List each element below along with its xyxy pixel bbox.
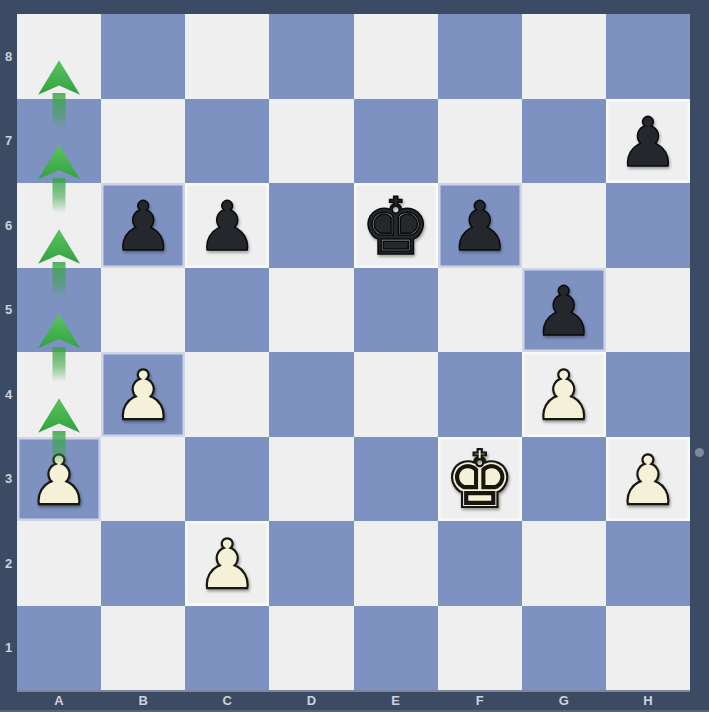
square-c8[interactable]: [185, 14, 269, 99]
square-g4[interactable]: ♟: [522, 352, 606, 437]
square-d5[interactable]: [269, 268, 353, 353]
rank-label-7: 7: [0, 99, 17, 184]
right-edge-dot: [695, 448, 704, 457]
square-c1[interactable]: [185, 606, 269, 691]
piece-white-pawn-h3[interactable]: ♟: [617, 447, 678, 515]
square-a2[interactable]: [17, 521, 101, 606]
file-label-A: A: [17, 690, 101, 711]
square-c5[interactable]: [185, 268, 269, 353]
square-c7[interactable]: [185, 99, 269, 184]
square-e1[interactable]: [354, 606, 438, 691]
square-a3[interactable]: ♟: [17, 437, 101, 522]
square-b7[interactable]: [101, 99, 185, 184]
square-h7[interactable]: ♟: [606, 99, 690, 184]
chess-board[interactable]: ♟♟♟♚♟♟♟♟♟♚♟♟: [17, 14, 690, 690]
piece-white-king-f3[interactable]: ♚: [444, 441, 515, 520]
square-g5[interactable]: ♟: [522, 268, 606, 353]
piece-white-pawn-b4[interactable]: ♟: [113, 362, 174, 430]
piece-black-pawn-g5[interactable]: ♟: [533, 278, 594, 346]
square-g3[interactable]: [522, 437, 606, 522]
square-h4[interactable]: [606, 352, 690, 437]
square-e5[interactable]: [354, 268, 438, 353]
square-d4[interactable]: [269, 352, 353, 437]
square-f1[interactable]: [438, 606, 522, 691]
file-label-G: G: [522, 690, 606, 711]
square-h8[interactable]: [606, 14, 690, 99]
square-f5[interactable]: [438, 268, 522, 353]
square-e4[interactable]: [354, 352, 438, 437]
rank-label-6: 6: [0, 183, 17, 268]
file-label-D: D: [269, 690, 353, 711]
square-c6[interactable]: ♟: [185, 183, 269, 268]
square-b6[interactable]: ♟: [101, 183, 185, 268]
square-d3[interactable]: [269, 437, 353, 522]
square-g6[interactable]: [522, 183, 606, 268]
piece-black-pawn-c6[interactable]: ♟: [197, 193, 258, 261]
square-h5[interactable]: [606, 268, 690, 353]
square-a6[interactable]: [17, 183, 101, 268]
square-h1[interactable]: [606, 606, 690, 691]
piece-black-pawn-b6[interactable]: ♟: [113, 193, 174, 261]
square-g7[interactable]: [522, 99, 606, 184]
square-a5[interactable]: [17, 268, 101, 353]
square-g1[interactable]: [522, 606, 606, 691]
square-d7[interactable]: [269, 99, 353, 184]
square-b2[interactable]: [101, 521, 185, 606]
square-f2[interactable]: [438, 521, 522, 606]
rank-label-1: 1: [0, 606, 17, 691]
chess-board-app: 87654321 ♟♟♟♚♟♟♟♟♟♚♟♟ ABCDEFGH: [0, 0, 709, 712]
rank-label-4: 4: [0, 352, 17, 437]
piece-white-pawn-a3[interactable]: ♟: [29, 447, 90, 515]
square-d6[interactable]: [269, 183, 353, 268]
square-d1[interactable]: [269, 606, 353, 691]
square-c2[interactable]: ♟: [185, 521, 269, 606]
piece-white-pawn-g4[interactable]: ♟: [533, 362, 594, 430]
square-d8[interactable]: [269, 14, 353, 99]
square-a4[interactable]: [17, 352, 101, 437]
file-labels: ABCDEFGH: [17, 690, 690, 711]
square-c4[interactable]: [185, 352, 269, 437]
file-label-C: C: [185, 690, 269, 711]
square-a7[interactable]: [17, 99, 101, 184]
square-f7[interactable]: [438, 99, 522, 184]
file-label-B: B: [101, 690, 185, 711]
square-b3[interactable]: [101, 437, 185, 522]
rank-label-5: 5: [0, 268, 17, 353]
square-e7[interactable]: [354, 99, 438, 184]
piece-black-pawn-f6[interactable]: ♟: [449, 193, 510, 261]
square-a8[interactable]: [17, 14, 101, 99]
square-e6[interactable]: ♚: [354, 183, 438, 268]
file-label-F: F: [438, 690, 522, 711]
square-f8[interactable]: [438, 14, 522, 99]
square-f6[interactable]: ♟: [438, 183, 522, 268]
square-h2[interactable]: [606, 521, 690, 606]
square-b4[interactable]: ♟: [101, 352, 185, 437]
square-f4[interactable]: [438, 352, 522, 437]
square-b5[interactable]: [101, 268, 185, 353]
square-g2[interactable]: [522, 521, 606, 606]
rank-label-2: 2: [0, 521, 17, 606]
file-label-H: H: [606, 690, 690, 711]
piece-black-pawn-h7[interactable]: ♟: [617, 109, 678, 177]
square-e3[interactable]: [354, 437, 438, 522]
piece-white-pawn-c2[interactable]: ♟: [197, 531, 258, 599]
square-g8[interactable]: [522, 14, 606, 99]
square-b8[interactable]: [101, 14, 185, 99]
square-h3[interactable]: ♟: [606, 437, 690, 522]
square-b1[interactable]: [101, 606, 185, 691]
square-c3[interactable]: [185, 437, 269, 522]
rank-label-3: 3: [0, 437, 17, 522]
piece-black-king-e6[interactable]: ♚: [360, 188, 431, 267]
square-f3[interactable]: ♚: [438, 437, 522, 522]
square-e2[interactable]: [354, 521, 438, 606]
rank-labels: 87654321: [0, 14, 17, 690]
square-h6[interactable]: [606, 183, 690, 268]
square-a1[interactable]: [17, 606, 101, 691]
square-e8[interactable]: [354, 14, 438, 99]
square-d2[interactable]: [269, 521, 353, 606]
rank-label-8: 8: [0, 14, 17, 99]
file-label-E: E: [354, 690, 438, 711]
